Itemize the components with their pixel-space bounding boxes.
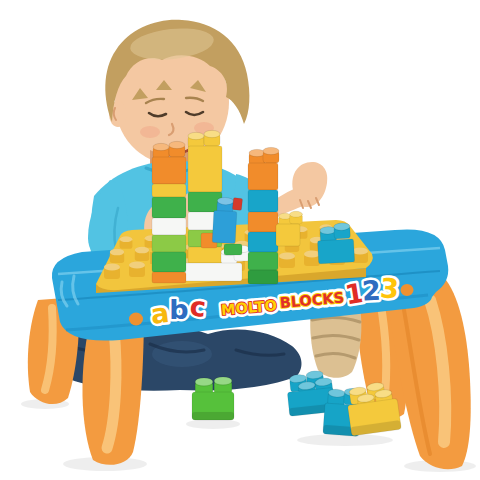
number-3: 3 (379, 272, 400, 304)
abc-letter-b: b (169, 294, 188, 325)
block (152, 218, 186, 235)
cheek-left (140, 126, 160, 138)
block-towers (152, 130, 355, 284)
block-side-yellow (276, 224, 300, 246)
product-photo: a b c MOLTO BLOCKS MOLTO BLOCKS 1 2 3 (0, 0, 480, 480)
block (152, 235, 186, 252)
block (248, 212, 278, 232)
block (248, 252, 278, 270)
block (152, 184, 186, 197)
block (248, 163, 278, 190)
knee-highlight (152, 341, 212, 367)
block (188, 146, 222, 192)
block-flat-green (224, 244, 242, 255)
block-red-bit (232, 198, 242, 211)
block (248, 232, 278, 252)
block (152, 197, 186, 218)
abc-letter-c: c (188, 290, 207, 323)
right-hand (292, 162, 327, 207)
block (212, 210, 237, 243)
block-teal-edge (317, 222, 355, 263)
block (152, 252, 186, 272)
tower-1 (152, 141, 186, 283)
floor-block-green (192, 377, 234, 420)
abc-letter-a: a (149, 297, 171, 330)
block (248, 190, 278, 212)
block-shade (192, 412, 234, 420)
block-base (182, 263, 242, 281)
block (248, 270, 278, 284)
block (152, 272, 186, 283)
block (152, 157, 186, 184)
block (188, 247, 222, 263)
rivet-right (401, 284, 414, 296)
rivet-left (129, 313, 143, 326)
block (317, 239, 354, 264)
